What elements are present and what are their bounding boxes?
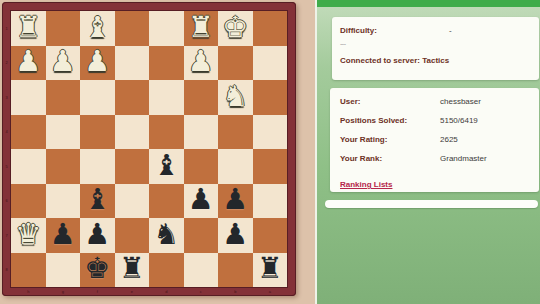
panel-top-bar — [317, 0, 540, 7]
square-g1[interactable] — [46, 11, 81, 46]
square-g6[interactable] — [46, 184, 81, 219]
white-bishop-f1[interactable]: ♝ — [84, 13, 110, 42]
square-f4[interactable] — [80, 115, 115, 150]
square-a8[interactable]: ♜ — [253, 253, 288, 288]
black-pawn-g7[interactable]: ♟ — [50, 220, 76, 249]
your-rank-value: Grandmaster — [440, 154, 529, 163]
square-f5[interactable] — [80, 149, 115, 184]
rank-coordinates: 12345678 — [3, 11, 10, 287]
your-rank-label: Your Rank: — [340, 154, 440, 163]
black-rook-a8[interactable]: ♜ — [257, 254, 283, 283]
progress-bar — [325, 200, 538, 208]
square-f8[interactable]: ♚ — [80, 253, 115, 288]
rank-label-5: 5 — [3, 149, 10, 184]
status-placeholder: --- — [340, 40, 531, 47]
rank-label-7: 7 — [3, 218, 10, 253]
file-label-b: b — [218, 288, 253, 295]
square-d6[interactable] — [149, 184, 184, 219]
square-f6[interactable]: ♝ — [80, 184, 115, 219]
rank-label-8: 8 — [3, 253, 10, 288]
square-d5[interactable]: ♝ — [149, 149, 184, 184]
black-king-f8[interactable]: ♚ — [84, 254, 110, 283]
square-b6[interactable]: ♟ — [218, 184, 253, 219]
square-f2[interactable]: ♟ — [80, 46, 115, 81]
square-a6[interactable] — [253, 184, 288, 219]
positions-solved-value: 5150/6419 — [440, 116, 529, 125]
square-e6[interactable] — [115, 184, 150, 219]
square-e8[interactable]: ♜ — [115, 253, 150, 288]
server-connection-status: Connected to server: Tactics — [340, 56, 531, 65]
file-label-c: c — [184, 288, 219, 295]
square-d7[interactable]: ♞ — [149, 218, 184, 253]
white-king-b1[interactable]: ♚ — [222, 13, 248, 42]
square-g5[interactable] — [46, 149, 81, 184]
square-e3[interactable] — [115, 80, 150, 115]
file-label-a: a — [253, 288, 288, 295]
square-b8[interactable] — [218, 253, 253, 288]
square-h8[interactable] — [11, 253, 46, 288]
file-coordinates: hgfedcba — [11, 288, 287, 295]
white-pawn-h2[interactable]: ♟ — [15, 47, 41, 76]
info-panel: Difficulty: - --- Connected to server: T… — [315, 0, 540, 304]
square-b1[interactable]: ♚ — [218, 11, 253, 46]
black-pawn-b7[interactable]: ♟ — [222, 220, 248, 249]
square-e2[interactable] — [115, 46, 150, 81]
white-queen-h7[interactable]: ♛ — [15, 220, 41, 249]
rank-label-1: 1 — [3, 11, 10, 46]
square-e7[interactable] — [115, 218, 150, 253]
rank-label-3: 3 — [3, 80, 10, 115]
ranking-lists-link[interactable]: Ranking Lists — [340, 180, 392, 189]
square-h7[interactable]: ♛ — [11, 218, 46, 253]
square-c1[interactable]: ♜ — [184, 11, 219, 46]
square-h2[interactable]: ♟ — [11, 46, 46, 81]
white-pawn-c2[interactable]: ♟ — [188, 47, 214, 76]
square-h3[interactable] — [11, 80, 46, 115]
file-label-h: h — [11, 288, 46, 295]
file-label-g: g — [46, 288, 81, 295]
square-a4[interactable] — [253, 115, 288, 150]
square-b4[interactable] — [218, 115, 253, 150]
square-h6[interactable] — [11, 184, 46, 219]
square-b5[interactable] — [218, 149, 253, 184]
square-f7[interactable]: ♟ — [80, 218, 115, 253]
black-bishop-f6[interactable]: ♝ — [84, 185, 110, 214]
white-rook-c1[interactable]: ♜ — [188, 13, 214, 42]
black-pawn-b6[interactable]: ♟ — [222, 185, 248, 214]
white-pawn-f2[interactable]: ♟ — [84, 47, 110, 76]
your-rating-label: Your Rating: — [340, 135, 440, 144]
square-a1[interactable] — [253, 11, 288, 46]
square-a2[interactable] — [253, 46, 288, 81]
black-knight-d7[interactable]: ♞ — [153, 220, 179, 249]
board-grid: ♜♝♜♚♟♟♟♟♞♝♝♟♟♛♟♟♞♟♚♜♜ — [11, 11, 287, 287]
square-e5[interactable] — [115, 149, 150, 184]
square-f1[interactable]: ♝ — [80, 11, 115, 46]
square-c3[interactable] — [184, 80, 219, 115]
difficulty-label: Difficulty: — [340, 26, 449, 35]
square-h5[interactable] — [11, 149, 46, 184]
rank-label-4: 4 — [3, 115, 10, 150]
square-a3[interactable] — [253, 80, 288, 115]
black-bishop-d5[interactable]: ♝ — [153, 151, 179, 180]
app-window: 12345678 hgfedcba ♜♝♜♚♟♟♟♟♞♝♝♟♟♛♟♟♞♟♚♜♜ … — [0, 0, 540, 304]
square-c5[interactable] — [184, 149, 219, 184]
square-g2[interactable]: ♟ — [46, 46, 81, 81]
chess-board: 12345678 hgfedcba ♜♝♜♚♟♟♟♟♞♝♝♟♟♛♟♟♞♟♚♜♜ — [2, 2, 296, 296]
square-c8[interactable] — [184, 253, 219, 288]
square-d4[interactable] — [149, 115, 184, 150]
square-d2[interactable] — [149, 46, 184, 81]
rank-label-2: 2 — [3, 46, 10, 81]
user-value: chessbaser — [440, 97, 529, 106]
status-card: Difficulty: - --- Connected to server: T… — [332, 17, 539, 80]
file-label-d: d — [149, 288, 184, 295]
square-c7[interactable] — [184, 218, 219, 253]
white-knight-b3[interactable]: ♞ — [222, 82, 248, 111]
user-label: User: — [340, 97, 440, 106]
file-label-e: e — [115, 288, 150, 295]
square-b7[interactable]: ♟ — [218, 218, 253, 253]
square-f3[interactable] — [80, 80, 115, 115]
your-rating-value: 2625 — [440, 135, 529, 144]
positions-solved-label: Positions Solved: — [340, 116, 440, 125]
square-b2[interactable] — [218, 46, 253, 81]
square-b3[interactable]: ♞ — [218, 80, 253, 115]
square-d1[interactable] — [149, 11, 184, 46]
black-pawn-c6[interactable]: ♟ — [188, 185, 214, 214]
square-h1[interactable]: ♜ — [11, 11, 46, 46]
square-e4[interactable] — [115, 115, 150, 150]
black-pawn-f7[interactable]: ♟ — [84, 220, 110, 249]
square-a5[interactable] — [253, 149, 288, 184]
square-d3[interactable] — [149, 80, 184, 115]
square-d8[interactable] — [149, 253, 184, 288]
square-c6[interactable]: ♟ — [184, 184, 219, 219]
black-rook-e8[interactable]: ♜ — [119, 254, 145, 283]
square-g8[interactable] — [46, 253, 81, 288]
square-g4[interactable] — [46, 115, 81, 150]
square-c4[interactable] — [184, 115, 219, 150]
square-a7[interactable] — [253, 218, 288, 253]
square-h4[interactable] — [11, 115, 46, 150]
square-g3[interactable] — [46, 80, 81, 115]
white-rook-h1[interactable]: ♜ — [15, 13, 41, 42]
square-e1[interactable] — [115, 11, 150, 46]
rank-label-6: 6 — [3, 184, 10, 219]
user-card: User: chessbaser Positions Solved: 5150/… — [330, 88, 539, 192]
white-pawn-g2[interactable]: ♟ — [50, 47, 76, 76]
square-g7[interactable]: ♟ — [46, 218, 81, 253]
square-c2[interactable]: ♟ — [184, 46, 219, 81]
difficulty-value: - — [449, 26, 531, 35]
file-label-f: f — [80, 288, 115, 295]
